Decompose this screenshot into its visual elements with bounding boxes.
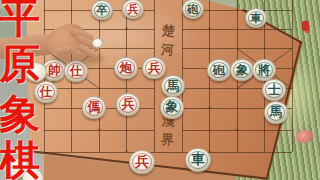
video-frame: 楚 河 漢 界 ++++++++++++ 卒兵砲車帥仕炮兵仕傌兵馬象砲象將士馬兵…	[0, 0, 320, 180]
red-object-on-grass	[302, 21, 309, 31]
held-piece	[92, 38, 103, 48]
